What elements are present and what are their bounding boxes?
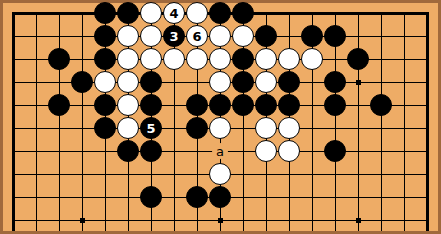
white-stone bbox=[278, 117, 300, 139]
white-stone bbox=[278, 140, 300, 162]
star-point bbox=[80, 218, 85, 223]
grid-vline bbox=[358, 12, 359, 231]
grid-vline bbox=[82, 12, 83, 231]
black-stone bbox=[140, 140, 162, 162]
black-stone bbox=[186, 117, 208, 139]
black-stone bbox=[324, 94, 346, 116]
grid-vline bbox=[36, 12, 37, 231]
black-stone bbox=[48, 48, 70, 70]
black-stone bbox=[48, 94, 70, 116]
black-stone bbox=[94, 117, 116, 139]
white-stone bbox=[140, 25, 162, 47]
white-stone bbox=[209, 71, 231, 93]
white-stone bbox=[140, 2, 162, 24]
grid-vline bbox=[426, 12, 429, 231]
white-stone bbox=[255, 48, 277, 70]
black-stone bbox=[347, 48, 369, 70]
go-diagram: 4365a bbox=[0, 0, 441, 234]
black-stone bbox=[117, 140, 139, 162]
black-stone bbox=[301, 25, 323, 47]
white-stone bbox=[186, 2, 208, 24]
white-stone bbox=[278, 48, 300, 70]
black-stone bbox=[94, 94, 116, 116]
white-stone bbox=[94, 71, 116, 93]
white-stone-move-4: 4 bbox=[163, 2, 185, 24]
white-stone bbox=[255, 140, 277, 162]
go-board: 4365a bbox=[3, 3, 438, 231]
black-stone bbox=[140, 94, 162, 116]
black-stone bbox=[186, 186, 208, 208]
grid-vline bbox=[12, 12, 15, 231]
grid-vline bbox=[59, 12, 60, 231]
black-stone bbox=[209, 2, 231, 24]
white-stone bbox=[117, 117, 139, 139]
white-stone bbox=[117, 94, 139, 116]
white-stone bbox=[209, 25, 231, 47]
black-stone bbox=[209, 94, 231, 116]
grid-vline bbox=[381, 12, 382, 231]
black-stone bbox=[117, 2, 139, 24]
black-stone bbox=[94, 2, 116, 24]
white-stone bbox=[163, 48, 185, 70]
black-stone bbox=[255, 94, 277, 116]
white-stone-move-6: 6 bbox=[186, 25, 208, 47]
black-stone bbox=[94, 25, 116, 47]
black-stone bbox=[94, 48, 116, 70]
black-stone bbox=[186, 94, 208, 116]
black-stone bbox=[209, 186, 231, 208]
white-stone bbox=[140, 48, 162, 70]
black-stone bbox=[255, 25, 277, 47]
black-stone bbox=[232, 71, 254, 93]
white-stone bbox=[232, 25, 254, 47]
black-stone bbox=[140, 186, 162, 208]
black-stone bbox=[324, 71, 346, 93]
white-stone bbox=[301, 48, 323, 70]
black-stone bbox=[71, 71, 93, 93]
black-stone-move-3: 3 bbox=[163, 25, 185, 47]
white-stone bbox=[186, 48, 208, 70]
white-stone bbox=[255, 71, 277, 93]
black-stone bbox=[324, 25, 346, 47]
white-stone bbox=[255, 117, 277, 139]
black-stone bbox=[232, 2, 254, 24]
star-point bbox=[356, 218, 361, 223]
grid-vline bbox=[404, 12, 405, 231]
white-stone bbox=[209, 48, 231, 70]
point-label-a: a bbox=[212, 143, 228, 159]
white-stone bbox=[209, 163, 231, 185]
white-stone bbox=[117, 71, 139, 93]
white-stone bbox=[117, 25, 139, 47]
black-stone bbox=[232, 94, 254, 116]
black-stone bbox=[278, 71, 300, 93]
black-stone bbox=[232, 48, 254, 70]
star-point bbox=[356, 80, 361, 85]
white-stone bbox=[117, 48, 139, 70]
white-stone bbox=[209, 117, 231, 139]
star-point bbox=[218, 218, 223, 223]
black-stone bbox=[370, 94, 392, 116]
black-stone-move-5: 5 bbox=[140, 117, 162, 139]
black-stone bbox=[324, 140, 346, 162]
black-stone bbox=[278, 94, 300, 116]
black-stone bbox=[140, 71, 162, 93]
